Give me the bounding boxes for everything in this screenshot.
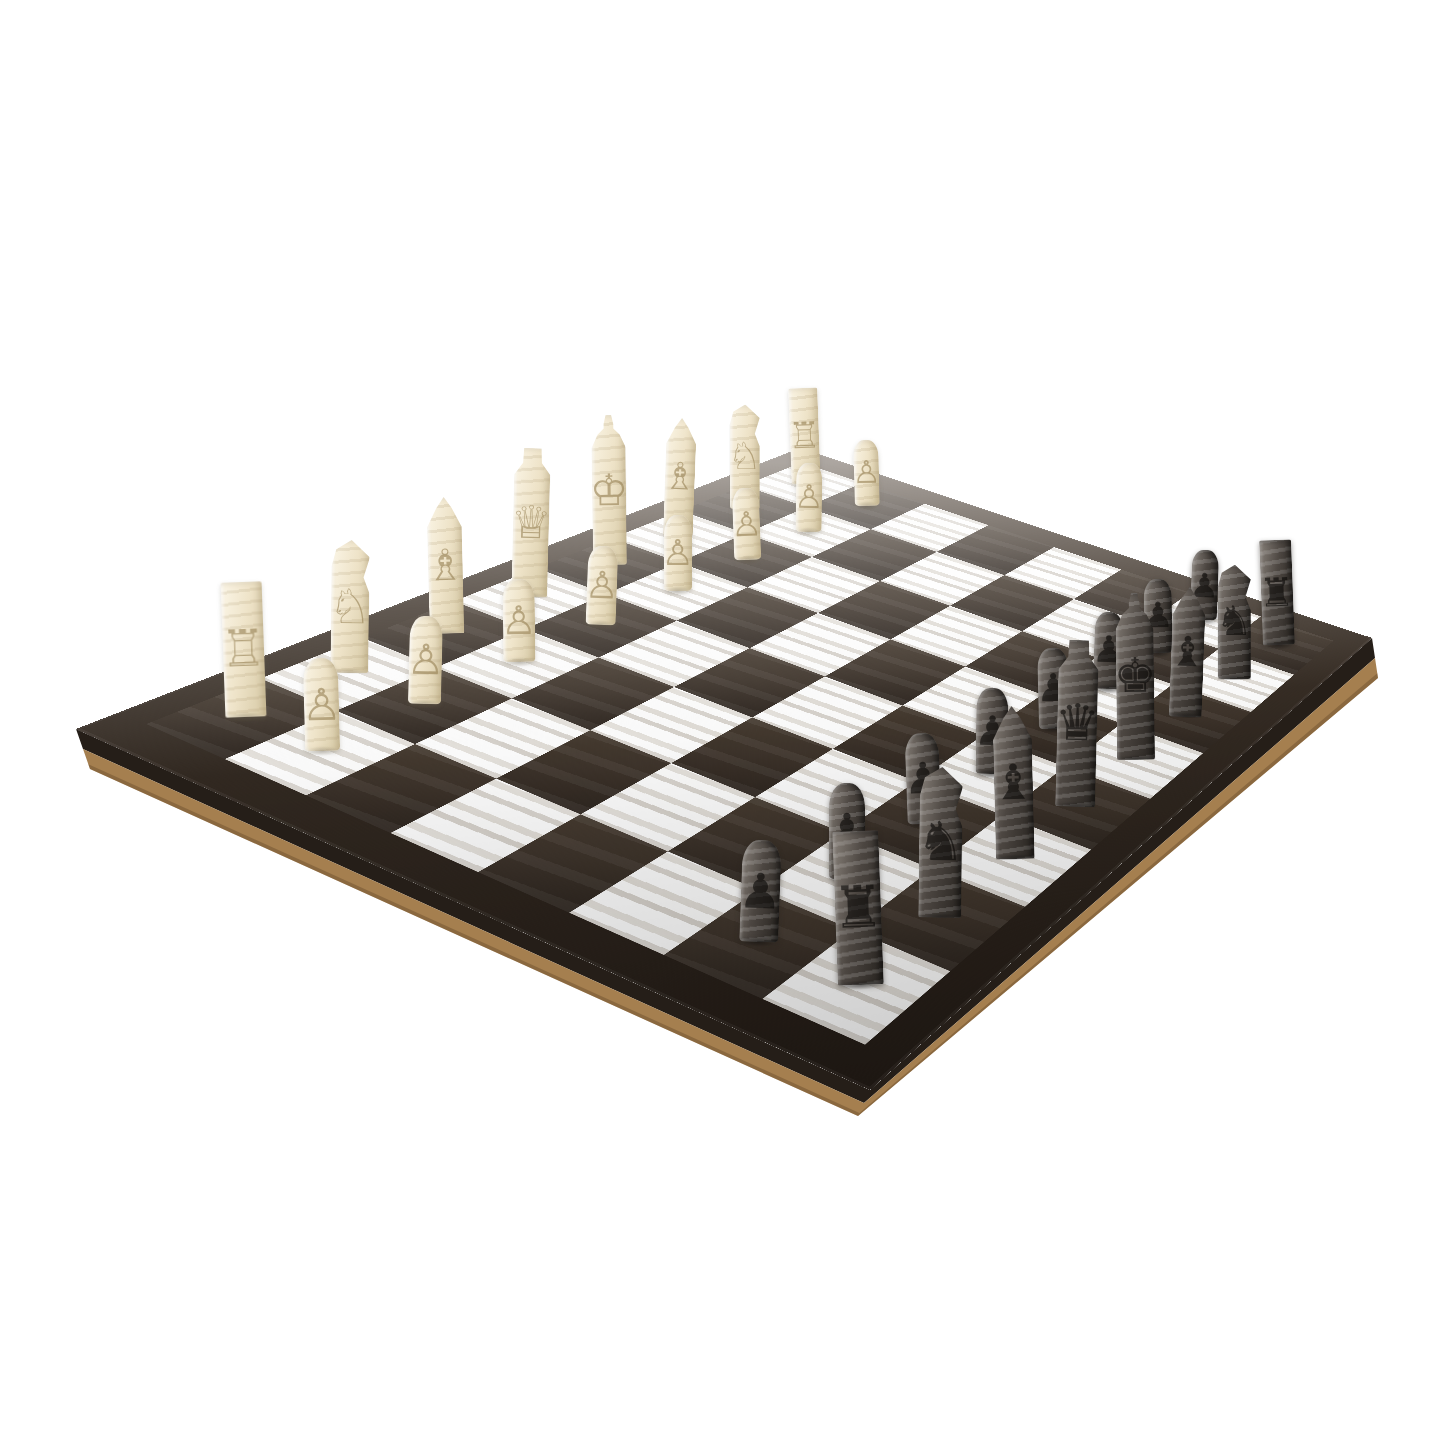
white-pawn-a2[interactable]: ♙	[303, 658, 341, 752]
piece-glyph: ♙	[852, 457, 881, 489]
white-pawn-c2[interactable]: ♙	[502, 579, 535, 663]
black-rook-a8[interactable]: ♜	[833, 830, 885, 985]
white-pawn-d2[interactable]: ♙	[586, 545, 619, 625]
black-pawn-a7[interactable]: ♟	[739, 839, 782, 943]
piece-glyph: ♙	[794, 480, 824, 513]
piece-glyph: ♙	[585, 566, 620, 605]
piece-glyph: ♙	[301, 682, 342, 727]
white-pawn-h2[interactable]: ♙	[853, 439, 880, 505]
black-knight-g8[interactable]: ♞	[1218, 565, 1251, 680]
piece-glyph: ♗	[425, 543, 465, 587]
white-rook-a1[interactable]: ♖	[221, 581, 266, 718]
piece-glyph: ♚	[1114, 652, 1157, 700]
piece-glyph: ♗	[663, 457, 698, 496]
piece-glyph: ♖	[787, 418, 821, 455]
piece-glyph: ♞	[916, 815, 965, 870]
white-pawn-e2[interactable]: ♙	[664, 515, 693, 590]
piece-glyph: ♙	[662, 535, 694, 571]
piece-glyph: ♜	[1259, 572, 1296, 613]
white-pawn-f2[interactable]: ♙	[732, 487, 762, 560]
white-pawn-b2[interactable]: ♙	[408, 616, 444, 705]
black-knight-b8[interactable]: ♞	[918, 767, 963, 918]
white-pawn-g2[interactable]: ♙	[796, 462, 823, 531]
piece-glyph: ♝	[1168, 631, 1206, 674]
piece-glyph: ♝	[991, 758, 1036, 808]
piece-glyph: ♟	[738, 866, 783, 916]
piece-glyph: ♖	[220, 624, 267, 676]
piece-glyph: ♘	[328, 582, 371, 630]
chess-set-photo: ♜♞♝♛♚♝♞♜♟♟♟♟♟♟♟♟♙♙♙♙♙♙♙♙♖♘♗♕♔♗♘♖	[0, 0, 1445, 1445]
piece-glyph: ♘	[728, 438, 762, 476]
piece-glyph: ♔	[590, 468, 629, 512]
piece-glyph: ♙	[407, 639, 445, 682]
piece-glyph: ♜	[832, 878, 886, 938]
black-rook-h8[interactable]: ♜	[1259, 539, 1294, 645]
piece-glyph: ♛	[1054, 698, 1100, 749]
piece-glyph: ♕	[511, 500, 553, 546]
piece-glyph: ♙	[731, 506, 763, 541]
piece-glyph: ♙	[501, 601, 537, 641]
piece-glyph: ♞	[1216, 601, 1253, 642]
white-knight-b1[interactable]: ♘	[330, 540, 370, 674]
